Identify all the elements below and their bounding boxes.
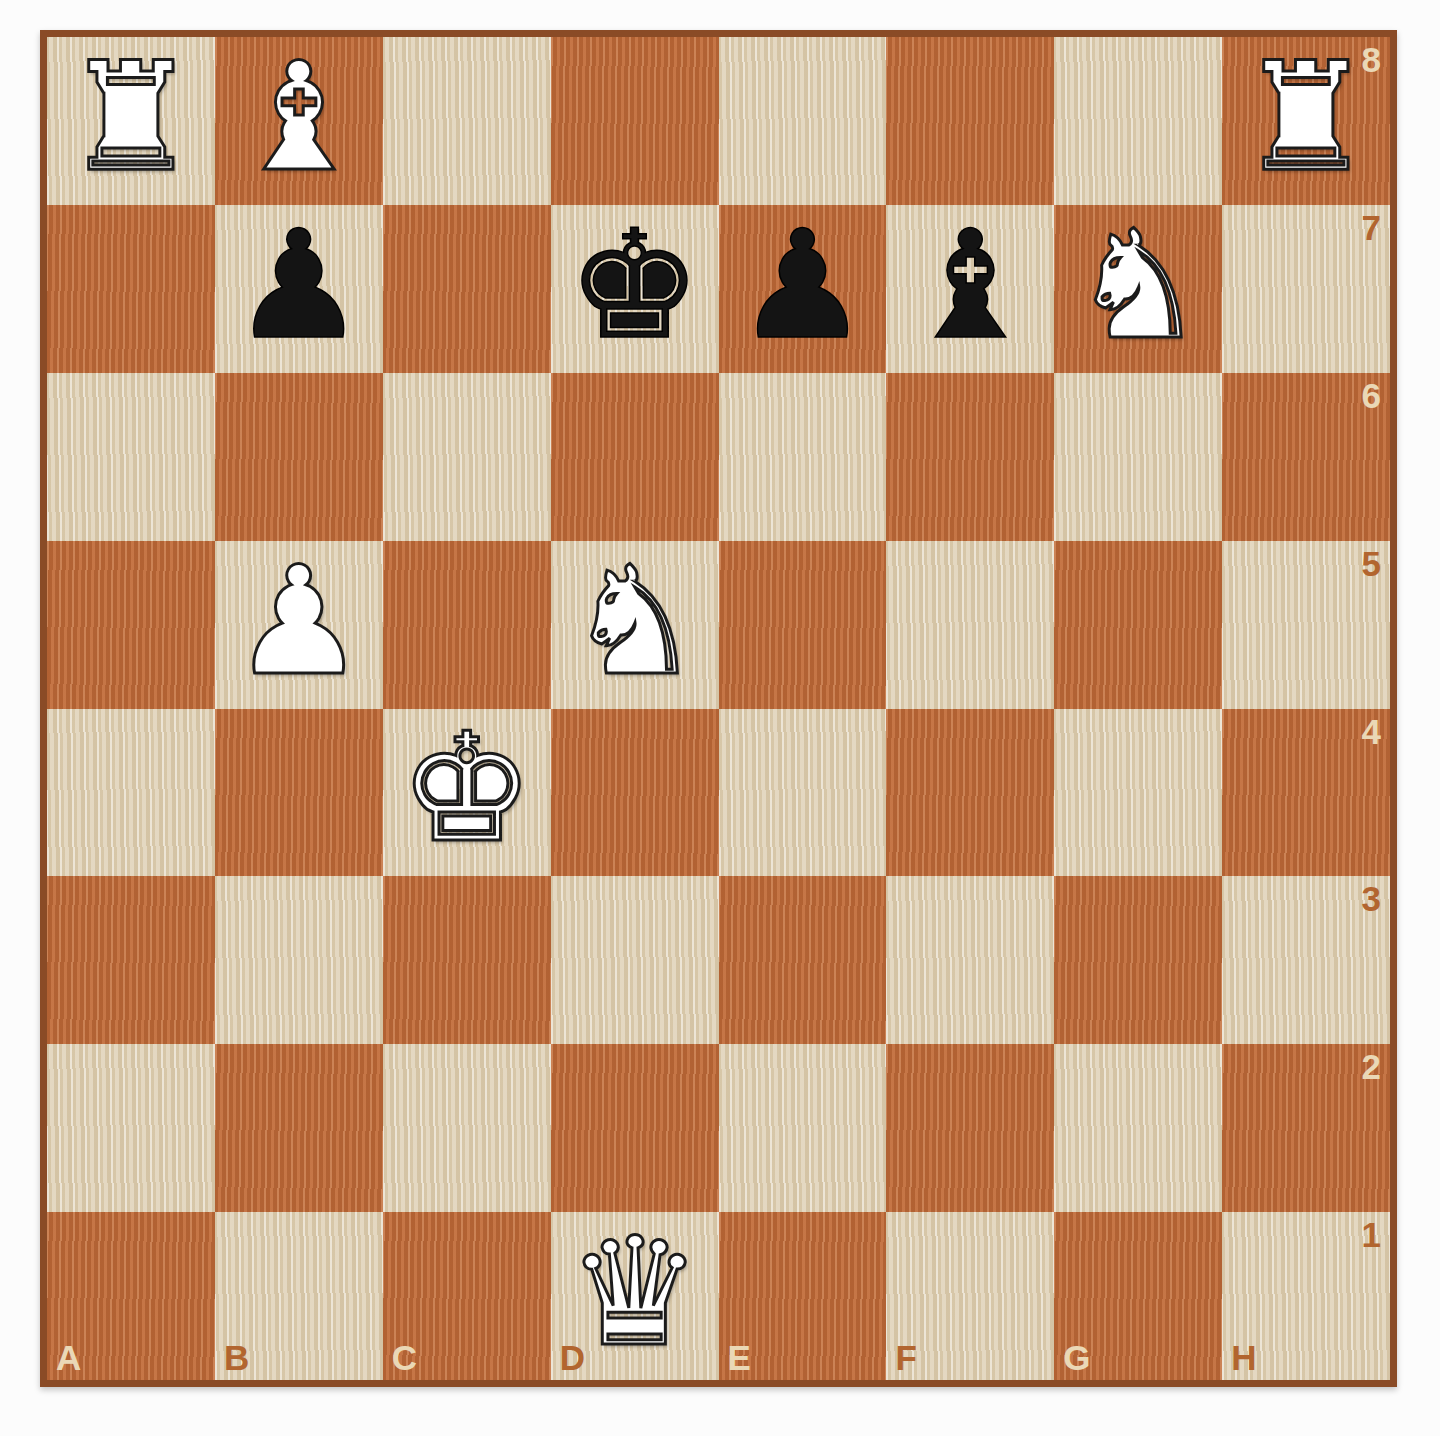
- square-a2[interactable]: [47, 1044, 215, 1212]
- white-queen-d1: ♛: [567, 1217, 701, 1367]
- square-d3[interactable]: [551, 876, 719, 1044]
- square-d4[interactable]: [551, 709, 719, 877]
- rank-label-7: 7: [1362, 210, 1381, 245]
- square-g6[interactable]: [1054, 373, 1222, 541]
- square-h7[interactable]: 7: [1222, 205, 1390, 373]
- square-c7[interactable]: [383, 205, 551, 373]
- square-h5[interactable]: 5: [1222, 541, 1390, 709]
- black-bishop-f7: ♝: [903, 210, 1037, 360]
- square-b7[interactable]: ♟: [215, 205, 383, 373]
- square-b6[interactable]: [215, 373, 383, 541]
- white-bishop-b8: ♝: [232, 42, 366, 192]
- square-f7[interactable]: ♝: [886, 205, 1054, 373]
- file-label-f: F: [895, 1340, 916, 1375]
- square-e3[interactable]: [719, 876, 887, 1044]
- square-e6[interactable]: [719, 373, 887, 541]
- square-f2[interactable]: [886, 1044, 1054, 1212]
- square-f3[interactable]: [886, 876, 1054, 1044]
- square-a3[interactable]: [47, 876, 215, 1044]
- square-h8[interactable]: ♜8: [1222, 37, 1390, 205]
- white-pawn-b5: ♟: [232, 546, 366, 696]
- square-h1[interactable]: H1: [1222, 1212, 1390, 1380]
- rank-label-3: 3: [1362, 881, 1381, 916]
- square-f5[interactable]: [886, 541, 1054, 709]
- square-c5[interactable]: [383, 541, 551, 709]
- square-d7[interactable]: ♚: [551, 205, 719, 373]
- rank-label-8: 8: [1362, 42, 1381, 77]
- square-f4[interactable]: [886, 709, 1054, 877]
- square-b2[interactable]: [215, 1044, 383, 1212]
- square-g4[interactable]: [1054, 709, 1222, 877]
- square-e4[interactable]: [719, 709, 887, 877]
- square-h4[interactable]: 4: [1222, 709, 1390, 877]
- white-rook-a8: ♜: [64, 42, 198, 192]
- square-g2[interactable]: [1054, 1044, 1222, 1212]
- white-knight-g7: ♞: [1071, 210, 1205, 360]
- square-c6[interactable]: [383, 373, 551, 541]
- file-label-c: C: [392, 1340, 417, 1375]
- square-e7[interactable]: ♟: [719, 205, 887, 373]
- square-d8[interactable]: [551, 37, 719, 205]
- square-d1[interactable]: ♛D: [551, 1212, 719, 1380]
- square-c2[interactable]: [383, 1044, 551, 1212]
- square-c4[interactable]: ♚: [383, 709, 551, 877]
- square-b8[interactable]: ♝: [215, 37, 383, 205]
- rank-label-2: 2: [1362, 1049, 1381, 1084]
- square-d5[interactable]: ♞: [551, 541, 719, 709]
- file-label-b: B: [224, 1340, 249, 1375]
- square-g8[interactable]: [1054, 37, 1222, 205]
- square-g5[interactable]: [1054, 541, 1222, 709]
- square-b4[interactable]: [215, 709, 383, 877]
- black-pawn-e7: ♟: [735, 210, 869, 360]
- square-c3[interactable]: [383, 876, 551, 1044]
- file-label-a: A: [56, 1340, 81, 1375]
- square-e5[interactable]: [719, 541, 887, 709]
- white-knight-d5: ♞: [567, 546, 701, 696]
- square-e1[interactable]: E: [719, 1212, 887, 1380]
- rank-label-4: 4: [1362, 714, 1381, 749]
- black-king-d7: ♚: [567, 210, 701, 360]
- file-label-h: H: [1231, 1340, 1256, 1375]
- square-c1[interactable]: C: [383, 1212, 551, 1380]
- square-e2[interactable]: [719, 1044, 887, 1212]
- file-label-e: E: [728, 1340, 751, 1375]
- file-label-g: G: [1063, 1340, 1090, 1375]
- white-rook-h8: ♜: [1239, 42, 1373, 192]
- square-c8[interactable]: [383, 37, 551, 205]
- square-g7[interactable]: ♞: [1054, 205, 1222, 373]
- square-d2[interactable]: [551, 1044, 719, 1212]
- square-f6[interactable]: [886, 373, 1054, 541]
- square-a5[interactable]: [47, 541, 215, 709]
- square-a8[interactable]: ♜: [47, 37, 215, 205]
- file-label-d: D: [560, 1340, 585, 1375]
- square-g1[interactable]: G: [1054, 1212, 1222, 1380]
- square-a4[interactable]: [47, 709, 215, 877]
- rank-label-6: 6: [1362, 378, 1381, 413]
- black-pawn-b7: ♟: [232, 210, 366, 360]
- square-e8[interactable]: [719, 37, 887, 205]
- square-d6[interactable]: [551, 373, 719, 541]
- square-f1[interactable]: F: [886, 1212, 1054, 1380]
- chess-board: ♜♝♜8♟♚♟♝♞76♟♞5♚432ABC♛DEFGH1: [47, 37, 1390, 1380]
- rank-label-5: 5: [1362, 546, 1381, 581]
- square-a6[interactable]: [47, 373, 215, 541]
- square-b5[interactable]: ♟: [215, 541, 383, 709]
- square-b3[interactable]: [215, 876, 383, 1044]
- square-a1[interactable]: A: [47, 1212, 215, 1380]
- square-h3[interactable]: 3: [1222, 876, 1390, 1044]
- square-a7[interactable]: [47, 205, 215, 373]
- square-h2[interactable]: 2: [1222, 1044, 1390, 1212]
- rank-label-1: 1: [1362, 1217, 1381, 1252]
- square-b1[interactable]: B: [215, 1212, 383, 1380]
- square-f8[interactable]: [886, 37, 1054, 205]
- white-king-c4: ♚: [399, 713, 533, 863]
- square-h6[interactable]: 6: [1222, 373, 1390, 541]
- chess-board-frame: ♜♝♜8♟♚♟♝♞76♟♞5♚432ABC♛DEFGH1: [40, 30, 1397, 1387]
- square-g3[interactable]: [1054, 876, 1222, 1044]
